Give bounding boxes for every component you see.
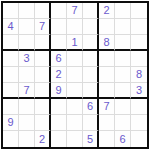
sudoku-board: 7247183628793679256 (1, 1, 149, 149)
cell-r4c3-empty[interactable] (35, 51, 51, 67)
cell-r5c4-given-2[interactable]: 2 (51, 67, 67, 83)
cell-r1c2-empty[interactable] (19, 3, 35, 19)
cell-r1c9-empty[interactable] (131, 3, 147, 19)
cell-r6c5-empty[interactable] (67, 83, 83, 99)
cell-r6c8-empty[interactable] (115, 83, 131, 99)
cell-r9c5-empty[interactable] (67, 131, 83, 147)
cell-r9c4-empty[interactable] (51, 131, 67, 147)
cell-r7c8-empty[interactable] (115, 99, 131, 115)
cell-r6c4-given-9[interactable]: 9 (51, 83, 67, 99)
cell-r1c8-empty[interactable] (115, 3, 131, 19)
cell-r4c6-empty[interactable] (83, 51, 99, 67)
cell-r8c9-empty[interactable] (131, 115, 147, 131)
cell-r1c5-given-7[interactable]: 7 (67, 3, 83, 19)
cell-r3c3-empty[interactable] (35, 35, 51, 51)
cell-r2c3-given-7[interactable]: 7 (35, 19, 51, 35)
cell-r3c4-empty[interactable] (51, 35, 67, 51)
cell-r7c4-empty[interactable] (51, 99, 67, 115)
cell-r4c4-given-6[interactable]: 6 (51, 51, 67, 67)
cell-r6c2-given-7[interactable]: 7 (19, 83, 35, 99)
cell-r6c3-empty[interactable] (35, 83, 51, 99)
cell-r9c6-given-5[interactable]: 5 (83, 131, 99, 147)
cell-r5c2-empty[interactable] (19, 67, 35, 83)
cell-r1c6-empty[interactable] (83, 3, 99, 19)
cell-r4c1-empty[interactable] (3, 51, 19, 67)
cell-r2c4-empty[interactable] (51, 19, 67, 35)
cell-r4c8-empty[interactable] (115, 51, 131, 67)
cell-r5c7-empty[interactable] (99, 67, 115, 83)
cell-r3c6-empty[interactable] (83, 35, 99, 51)
sudoku-grid: 7247183628793679256 (3, 3, 147, 147)
cell-r4c2-given-3[interactable]: 3 (19, 51, 35, 67)
cell-r8c2-empty[interactable] (19, 115, 35, 131)
cell-r5c8-empty[interactable] (115, 67, 131, 83)
cell-r2c9-empty[interactable] (131, 19, 147, 35)
cell-r5c5-empty[interactable] (67, 67, 83, 83)
cell-r9c7-empty[interactable] (99, 131, 115, 147)
cell-r8c8-empty[interactable] (115, 115, 131, 131)
cell-r1c7-given-2[interactable]: 2 (99, 3, 115, 19)
cell-r5c3-empty[interactable] (35, 67, 51, 83)
cell-r7c9-empty[interactable] (131, 99, 147, 115)
cell-r5c1-empty[interactable] (3, 67, 19, 83)
cell-r4c7-empty[interactable] (99, 51, 115, 67)
cell-r9c2-empty[interactable] (19, 131, 35, 147)
cell-r1c4-empty[interactable] (51, 3, 67, 19)
cell-r3c1-empty[interactable] (3, 35, 19, 51)
cell-r7c1-empty[interactable] (3, 99, 19, 115)
cell-r1c1-empty[interactable] (3, 3, 19, 19)
cell-r9c8-given-6[interactable]: 6 (115, 131, 131, 147)
cell-r8c5-empty[interactable] (67, 115, 83, 131)
cell-r5c6-empty[interactable] (83, 67, 99, 83)
cell-r2c6-empty[interactable] (83, 19, 99, 35)
cell-r8c1-given-9[interactable]: 9 (3, 115, 19, 131)
cell-r6c7-empty[interactable] (99, 83, 115, 99)
cell-r2c1-given-4[interactable]: 4 (3, 19, 19, 35)
cell-r7c7-given-7[interactable]: 7 (99, 99, 115, 115)
cell-r3c5-given-1[interactable]: 1 (67, 35, 83, 51)
cell-r9c9-empty[interactable] (131, 131, 147, 147)
cell-r6c9-given-3[interactable]: 3 (131, 83, 147, 99)
cell-r1c3-empty[interactable] (35, 3, 51, 19)
cell-r2c2-empty[interactable] (19, 19, 35, 35)
cell-r5c9-given-8[interactable]: 8 (131, 67, 147, 83)
cell-r8c7-empty[interactable] (99, 115, 115, 131)
cell-r7c3-empty[interactable] (35, 99, 51, 115)
cell-r2c7-empty[interactable] (99, 19, 115, 35)
cell-r7c6-given-6[interactable]: 6 (83, 99, 99, 115)
cell-r7c5-empty[interactable] (67, 99, 83, 115)
cell-r6c1-empty[interactable] (3, 83, 19, 99)
cell-r3c8-empty[interactable] (115, 35, 131, 51)
cell-r9c1-empty[interactable] (3, 131, 19, 147)
cell-r4c9-empty[interactable] (131, 51, 147, 67)
cell-r6c6-empty[interactable] (83, 83, 99, 99)
cell-r3c2-empty[interactable] (19, 35, 35, 51)
cell-r9c3-given-2[interactable]: 2 (35, 131, 51, 147)
cell-r3c9-empty[interactable] (131, 35, 147, 51)
cell-r7c2-empty[interactable] (19, 99, 35, 115)
cell-r4c5-empty[interactable] (67, 51, 83, 67)
cell-r2c8-empty[interactable] (115, 19, 131, 35)
cell-r8c6-empty[interactable] (83, 115, 99, 131)
cell-r2c5-empty[interactable] (67, 19, 83, 35)
cell-r3c7-given-8[interactable]: 8 (99, 35, 115, 51)
cell-r8c3-empty[interactable] (35, 115, 51, 131)
cell-r8c4-empty[interactable] (51, 115, 67, 131)
